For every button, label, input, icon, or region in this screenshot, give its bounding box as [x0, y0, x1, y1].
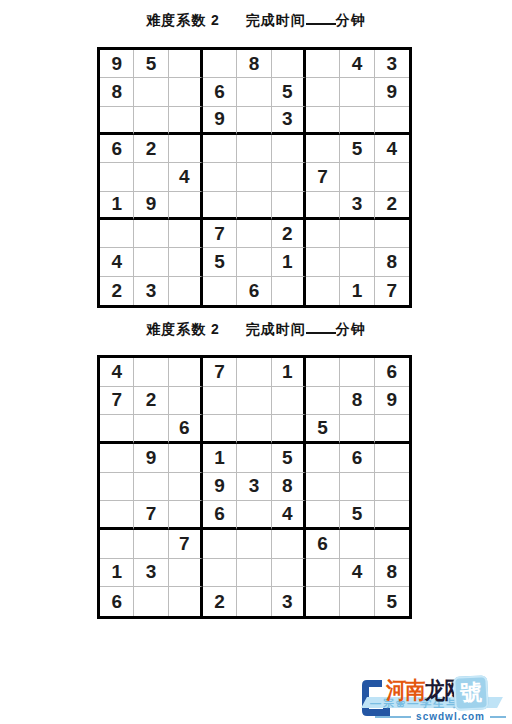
- grid1-cell-r3c9: [375, 107, 409, 135]
- grid1-cell-r8c5: [237, 248, 271, 276]
- grid1-cell-r3c5: [237, 107, 271, 135]
- grid1-cell-r9c2: 3: [134, 277, 168, 305]
- grid1-cell-r5c1: [100, 163, 134, 191]
- grid2-cell-r8c5: [237, 559, 271, 588]
- grid1-cell-r8c8: [340, 248, 374, 276]
- grid2-cell-r8c8: 4: [340, 559, 374, 588]
- grid2-cell-r9c3: [169, 587, 203, 616]
- grid2-cell-r8c2: 3: [134, 559, 168, 588]
- grid2-cell-r9c9: 5: [375, 587, 409, 616]
- grid1-cell-r7c3: [169, 220, 203, 248]
- grid2-cell-r3c8: [340, 415, 374, 444]
- grid2-cell-r7c2: [134, 530, 168, 559]
- grid2-cell-r9c1: 6: [100, 587, 134, 616]
- grid2-cell-r5c2: [134, 473, 168, 502]
- grid1-cell-r4c2: 2: [134, 135, 168, 163]
- grid2-cell-r7c5: [237, 530, 271, 559]
- worksheet1-time-blank-line: [306, 20, 336, 25]
- grid2-cell-r6c3: [169, 501, 203, 530]
- grid1-cell-r3c8: [340, 107, 374, 135]
- grid1-cell-r7c4: 7: [203, 220, 237, 248]
- grid1-cell-r5c4: [203, 163, 237, 191]
- worksheet2-difficulty-label: 难度系数 2: [146, 321, 220, 337]
- grid1-cell-r4c1: 6: [100, 135, 134, 163]
- grid2-cell-r6c6: 4: [272, 501, 306, 530]
- grid2-cell-r2c5: [237, 387, 271, 416]
- grid2-cell-r8c6: [272, 559, 306, 588]
- grid1-cell-r6c5: [237, 192, 271, 220]
- grid1-cell-r2c2: [134, 78, 168, 106]
- grid1-cell-r5c7: 7: [306, 163, 340, 191]
- grid2-cell-r9c8: [340, 587, 374, 616]
- grid2-cell-r4c2: 9: [134, 444, 168, 473]
- grid2-cell-r7c8: [340, 530, 374, 559]
- grid2-cell-r5c5: 3: [237, 473, 271, 502]
- worksheet1-difficulty-label: 难度系数 2: [146, 12, 220, 28]
- grid1-cell-r6c6: [272, 192, 306, 220]
- grid2-cell-r3c6: [272, 415, 306, 444]
- grid2-cell-r7c1: [100, 530, 134, 559]
- grid1-cell-r9c7: [306, 277, 340, 305]
- grid2-cell-r7c9: [375, 530, 409, 559]
- grid2-cell-r1c7: [306, 358, 340, 387]
- seal-stamp-icon: 號: [453, 675, 489, 711]
- grid2-cell-r5c9: [375, 473, 409, 502]
- grid1-cell-r7c7: [306, 220, 340, 248]
- watermark-brand-prefix: 河南: [386, 677, 425, 703]
- worksheet1-time-suffix: 分钟: [336, 12, 366, 28]
- worksheet2-time-label: 完成时间: [246, 321, 306, 337]
- grid2-cell-r6c9: [375, 501, 409, 530]
- grid2-cell-r4c6: 5: [272, 444, 306, 473]
- grid2-cell-r1c3: [169, 358, 203, 387]
- grid1-cell-r1c9: 3: [375, 50, 409, 78]
- grid1-cell-r7c5: [237, 220, 271, 248]
- grid2-cell-r5c8: [340, 473, 374, 502]
- grid2-cell-r8c7: [306, 559, 340, 588]
- grid1-cell-r6c4: [203, 192, 237, 220]
- grid1-cell-r3c6: 3: [272, 107, 306, 135]
- grid2-cell-r1c6: 1: [272, 358, 306, 387]
- grid2-cell-r6c1: [100, 501, 134, 530]
- grid1-cell-r4c8: 5: [340, 135, 374, 163]
- grid2-cell-r3c9: [375, 415, 409, 444]
- grid1-cell-r7c8: [340, 220, 374, 248]
- grid1-cell-r5c3: 4: [169, 163, 203, 191]
- grid2-cell-r8c4: [203, 559, 237, 588]
- grid2-cell-r4c7: [306, 444, 340, 473]
- grid2-cell-r6c4: 6: [203, 501, 237, 530]
- grid1-cell-r6c1: 1: [100, 192, 134, 220]
- grid2-cell-r7c4: [203, 530, 237, 559]
- grid1-cell-r2c7: [306, 78, 340, 106]
- grid2-cell-r1c4: 7: [203, 358, 237, 387]
- grid2-cell-r1c2: [134, 358, 168, 387]
- grid2-cell-r2c8: 8: [340, 387, 374, 416]
- grid2-cell-r7c6: [272, 530, 306, 559]
- grid2-cell-r3c3: 6: [169, 415, 203, 444]
- grid1-cell-r9c1: 2: [100, 277, 134, 305]
- grid1-cell-r8c9: 8: [375, 248, 409, 276]
- worksheet2-title: 难度系数 2完成时间分钟: [0, 321, 512, 339]
- grid1-cell-r4c6: [272, 135, 306, 163]
- grid2-cell-r2c3: [169, 387, 203, 416]
- grid2-cell-r2c7: [306, 387, 340, 416]
- grid1-cell-r2c8: [340, 78, 374, 106]
- grid1-cell-r1c1: 9: [100, 50, 134, 78]
- grid2-cell-r6c5: [237, 501, 271, 530]
- grid1-cell-r6c8: 3: [340, 192, 374, 220]
- watermark-brand: 河南龙网: [386, 675, 463, 706]
- grid1-cell-r5c9: [375, 163, 409, 191]
- grid1-cell-r3c7: [306, 107, 340, 135]
- grid1-cell-r9c9: 7: [375, 277, 409, 305]
- grid2-cell-r4c9: [375, 444, 409, 473]
- divider-line-right: [490, 716, 506, 718]
- grid1-cell-r8c2: [134, 248, 168, 276]
- grid2-cell-r1c1: 4: [100, 358, 134, 387]
- grid2-cell-r5c6: 8: [272, 473, 306, 502]
- divider-line-left: [375, 716, 411, 718]
- grid2-cell-r2c4: [203, 387, 237, 416]
- grid2-cell-r9c5: [237, 587, 271, 616]
- grid1-cell-r9c4: [203, 277, 237, 305]
- grid2-cell-r6c2: 7: [134, 501, 168, 530]
- grid2-cell-r2c9: 9: [375, 387, 409, 416]
- grid1-cell-r8c3: [169, 248, 203, 276]
- worksheet1-time-label: 完成时间: [246, 12, 306, 28]
- grid2-cell-r3c7: 5: [306, 415, 340, 444]
- grid2-cell-r2c2: 2: [134, 387, 168, 416]
- watermark-domain-row: scwdwl.com: [360, 711, 506, 722]
- grid2-cell-r9c7: [306, 587, 340, 616]
- sudoku-grid-1: 95843865993625447193272451823617: [97, 47, 412, 308]
- grid2-cell-r4c8: 6: [340, 444, 374, 473]
- grid1-cell-r6c2: 9: [134, 192, 168, 220]
- grid2-cell-r4c4: 1: [203, 444, 237, 473]
- grid1-cell-r1c5: 8: [237, 50, 271, 78]
- grid2-cell-r3c5: [237, 415, 271, 444]
- grid2-cell-r7c3: 7: [169, 530, 203, 559]
- worksheet1-title: 难度系数 2完成时间分钟: [0, 12, 512, 30]
- grid1-cell-r4c3: [169, 135, 203, 163]
- grid1-cell-r6c3: [169, 192, 203, 220]
- grid1-cell-r8c4: 5: [203, 248, 237, 276]
- grid2-cell-r5c4: 9: [203, 473, 237, 502]
- grid1-cell-r3c3: [169, 107, 203, 135]
- grid2-cell-r8c3: [169, 559, 203, 588]
- grid2-cell-r2c6: [272, 387, 306, 416]
- sudoku-grid-2: 4716728965915693876457613486235: [97, 355, 412, 619]
- grid2-cell-r6c8: 5: [340, 501, 374, 530]
- grid1-cell-r7c6: 2: [272, 220, 306, 248]
- grid2-cell-r9c6: 3: [272, 587, 306, 616]
- grid1-cell-r2c6: 5: [272, 78, 306, 106]
- grid1-cell-r1c6: [272, 50, 306, 78]
- grid1-cell-r2c5: [237, 78, 271, 106]
- grid1-cell-r5c6: [272, 163, 306, 191]
- grid1-cell-r4c4: [203, 135, 237, 163]
- grid1-cell-r8c6: 1: [272, 248, 306, 276]
- grid2-cell-r8c1: 1: [100, 559, 134, 588]
- grid1-cell-r1c8: 4: [340, 50, 374, 78]
- worksheet2-time-suffix: 分钟: [336, 321, 366, 337]
- grid1-cell-r7c9: [375, 220, 409, 248]
- grid1-cell-r3c4: 9: [203, 107, 237, 135]
- watermark-domain: scwdwl.com: [416, 711, 485, 722]
- grid2-cell-r4c5: [237, 444, 271, 473]
- worksheet2-time-blank-line: [306, 329, 336, 334]
- grid2-cell-r2c1: 7: [100, 387, 134, 416]
- grid1-cell-r9c3: [169, 277, 203, 305]
- grid1-cell-r2c9: 9: [375, 78, 409, 106]
- grid1-cell-r7c1: [100, 220, 134, 248]
- grid1-cell-r2c3: [169, 78, 203, 106]
- grid2-cell-r7c7: 6: [306, 530, 340, 559]
- grid2-cell-r4c3: [169, 444, 203, 473]
- grid2-cell-r3c1: [100, 415, 134, 444]
- grid2-cell-r5c7: [306, 473, 340, 502]
- grid2-cell-r5c1: [100, 473, 134, 502]
- grid1-cell-r6c9: 2: [375, 192, 409, 220]
- watermark: —宗❀—学生与名师 河南龙网 號 scwdwl.com: [360, 670, 512, 724]
- grid2-cell-r1c8: [340, 358, 374, 387]
- grid2-cell-r1c9: 6: [375, 358, 409, 387]
- grid2-cell-r1c5: [237, 358, 271, 387]
- grid2-cell-r9c2: [134, 587, 168, 616]
- grid1-cell-r5c2: [134, 163, 168, 191]
- grid1-cell-r1c4: [203, 50, 237, 78]
- grid2-cell-r5c3: [169, 473, 203, 502]
- grid1-cell-r2c4: 6: [203, 78, 237, 106]
- grid2-cell-r8c9: 8: [375, 559, 409, 588]
- grid1-cell-r4c9: 4: [375, 135, 409, 163]
- grid1-cell-r9c5: 6: [237, 277, 271, 305]
- grid2-cell-r9c4: 2: [203, 587, 237, 616]
- grid1-cell-r3c1: [100, 107, 134, 135]
- grid2-cell-r4c1: [100, 444, 134, 473]
- grid1-cell-r5c5: [237, 163, 271, 191]
- grid2-cell-r3c2: [134, 415, 168, 444]
- grid1-cell-r4c7: [306, 135, 340, 163]
- grid1-cell-r1c2: 5: [134, 50, 168, 78]
- grid1-cell-r1c7: [306, 50, 340, 78]
- grid1-cell-r1c3: [169, 50, 203, 78]
- grid1-cell-r2c1: 8: [100, 78, 134, 106]
- grid1-cell-r9c6: [272, 277, 306, 305]
- grid1-cell-r7c2: [134, 220, 168, 248]
- grid1-cell-r3c2: [134, 107, 168, 135]
- grid2-cell-r6c7: [306, 501, 340, 530]
- grid1-cell-r4c5: [237, 135, 271, 163]
- grid1-cell-r6c7: [306, 192, 340, 220]
- grid2-cell-r3c4: [203, 415, 237, 444]
- grid1-cell-r9c8: 1: [340, 277, 374, 305]
- grid1-cell-r8c1: 4: [100, 248, 134, 276]
- grid1-cell-r5c8: [340, 163, 374, 191]
- grid1-cell-r8c7: [306, 248, 340, 276]
